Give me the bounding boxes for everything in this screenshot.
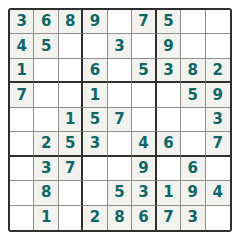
sudoku-cell-r9c7[interactable]: 7	[157, 206, 181, 230]
sudoku-cell-r6c9[interactable]: 7	[206, 132, 230, 156]
sudoku-cell-r4c7[interactable]	[157, 83, 181, 107]
sudoku-cell-r4c4[interactable]: 1	[83, 83, 107, 107]
sudoku-cell-r5c3[interactable]: 1	[59, 108, 83, 132]
sudoku-cell-r6c7[interactable]: 6	[157, 132, 181, 156]
sudoku-cell-r7c3[interactable]: 7	[59, 157, 83, 181]
sudoku-cell-r3c2[interactable]	[34, 59, 58, 83]
sudoku-cell-r6c2[interactable]: 2	[34, 132, 58, 156]
sudoku-cell-r8c2[interactable]: 8	[34, 181, 58, 205]
sudoku-cell-r2c3[interactable]	[59, 34, 83, 58]
sudoku-cell-r5c8[interactable]	[181, 108, 205, 132]
sudoku-cell-r4c9[interactable]: 9	[206, 83, 230, 107]
sudoku-cell-r1c5[interactable]	[108, 10, 132, 34]
sudoku-board: 3689754539165382715915732534673796853194…	[8, 8, 232, 232]
sudoku-cell-r9c4[interactable]: 2	[83, 206, 107, 230]
sudoku-cell-r2c8[interactable]	[181, 34, 205, 58]
sudoku-cell-r7c7[interactable]	[157, 157, 181, 181]
sudoku-cell-r5c9[interactable]: 3	[206, 108, 230, 132]
sudoku-cell-r4c3[interactable]	[59, 83, 83, 107]
sudoku-cell-r5c5[interactable]: 7	[108, 108, 132, 132]
sudoku-cell-r9c9[interactable]	[206, 206, 230, 230]
sudoku-cell-r4c5[interactable]	[108, 83, 132, 107]
sudoku-cell-r1c4[interactable]: 9	[83, 10, 107, 34]
sudoku-cell-r8c5[interactable]: 5	[108, 181, 132, 205]
sudoku-page: 3689754539165382715915732534673796853194…	[0, 0, 240, 240]
sudoku-cell-r8c8[interactable]: 9	[181, 181, 205, 205]
sudoku-cell-r3c5[interactable]	[108, 59, 132, 83]
sudoku-cell-r7c2[interactable]: 3	[34, 157, 58, 181]
sudoku-cell-r2c5[interactable]: 3	[108, 34, 132, 58]
sudoku-cell-r3c6[interactable]: 5	[132, 59, 156, 83]
sudoku-cell-r9c1[interactable]	[10, 206, 34, 230]
sudoku-cell-r5c2[interactable]	[34, 108, 58, 132]
sudoku-cell-r5c7[interactable]	[157, 108, 181, 132]
sudoku-cell-r9c8[interactable]: 3	[181, 206, 205, 230]
sudoku-cell-r8c6[interactable]: 3	[132, 181, 156, 205]
sudoku-cell-r2c6[interactable]	[132, 34, 156, 58]
sudoku-cell-r3c7[interactable]: 3	[157, 59, 181, 83]
sudoku-cell-r2c9[interactable]	[206, 34, 230, 58]
sudoku-cell-r3c3[interactable]	[59, 59, 83, 83]
sudoku-cell-r6c8[interactable]	[181, 132, 205, 156]
sudoku-cell-r1c8[interactable]	[181, 10, 205, 34]
sudoku-cell-r8c7[interactable]: 1	[157, 181, 181, 205]
sudoku-cell-r3c4[interactable]: 6	[83, 59, 107, 83]
sudoku-cell-r8c3[interactable]	[59, 181, 83, 205]
sudoku-cell-r1c2[interactable]: 6	[34, 10, 58, 34]
sudoku-cell-r6c5[interactable]	[108, 132, 132, 156]
sudoku-cell-r7c4[interactable]	[83, 157, 107, 181]
sudoku-cell-r6c4[interactable]: 3	[83, 132, 107, 156]
sudoku-cell-r5c4[interactable]: 5	[83, 108, 107, 132]
sudoku-cell-r7c9[interactable]	[206, 157, 230, 181]
sudoku-cell-r8c9[interactable]: 4	[206, 181, 230, 205]
sudoku-cell-r3c8[interactable]: 8	[181, 59, 205, 83]
sudoku-cell-r8c1[interactable]	[10, 181, 34, 205]
sudoku-cell-r7c1[interactable]	[10, 157, 34, 181]
sudoku-cell-r9c3[interactable]	[59, 206, 83, 230]
sudoku-cell-r1c6[interactable]: 7	[132, 10, 156, 34]
sudoku-cell-r5c1[interactable]	[10, 108, 34, 132]
sudoku-cell-r2c4[interactable]	[83, 34, 107, 58]
sudoku-cell-r1c3[interactable]: 8	[59, 10, 83, 34]
sudoku-cell-r1c1[interactable]: 3	[10, 10, 34, 34]
sudoku-cell-r7c6[interactable]: 9	[132, 157, 156, 181]
sudoku-cell-r4c6[interactable]	[132, 83, 156, 107]
sudoku-cell-r3c1[interactable]: 1	[10, 59, 34, 83]
sudoku-cell-r7c8[interactable]: 6	[181, 157, 205, 181]
sudoku-cell-r6c3[interactable]: 5	[59, 132, 83, 156]
sudoku-cell-r5c6[interactable]	[132, 108, 156, 132]
sudoku-cell-r2c2[interactable]: 5	[34, 34, 58, 58]
sudoku-cell-r6c1[interactable]	[10, 132, 34, 156]
sudoku-cell-r9c5[interactable]: 8	[108, 206, 132, 230]
sudoku-cell-r2c1[interactable]: 4	[10, 34, 34, 58]
sudoku-cell-r4c8[interactable]: 5	[181, 83, 205, 107]
sudoku-cell-r4c2[interactable]	[34, 83, 58, 107]
sudoku-cell-r3c9[interactable]: 2	[206, 59, 230, 83]
sudoku-cell-r8c4[interactable]	[83, 181, 107, 205]
sudoku-cell-r1c9[interactable]	[206, 10, 230, 34]
sudoku-cell-r7c5[interactable]	[108, 157, 132, 181]
sudoku-cell-r9c2[interactable]: 1	[34, 206, 58, 230]
sudoku-cell-r2c7[interactable]: 9	[157, 34, 181, 58]
sudoku-cell-r6c6[interactable]: 4	[132, 132, 156, 156]
sudoku-cell-r4c1[interactable]: 7	[10, 83, 34, 107]
sudoku-cell-r1c7[interactable]: 5	[157, 10, 181, 34]
sudoku-cell-r9c6[interactable]: 6	[132, 206, 156, 230]
